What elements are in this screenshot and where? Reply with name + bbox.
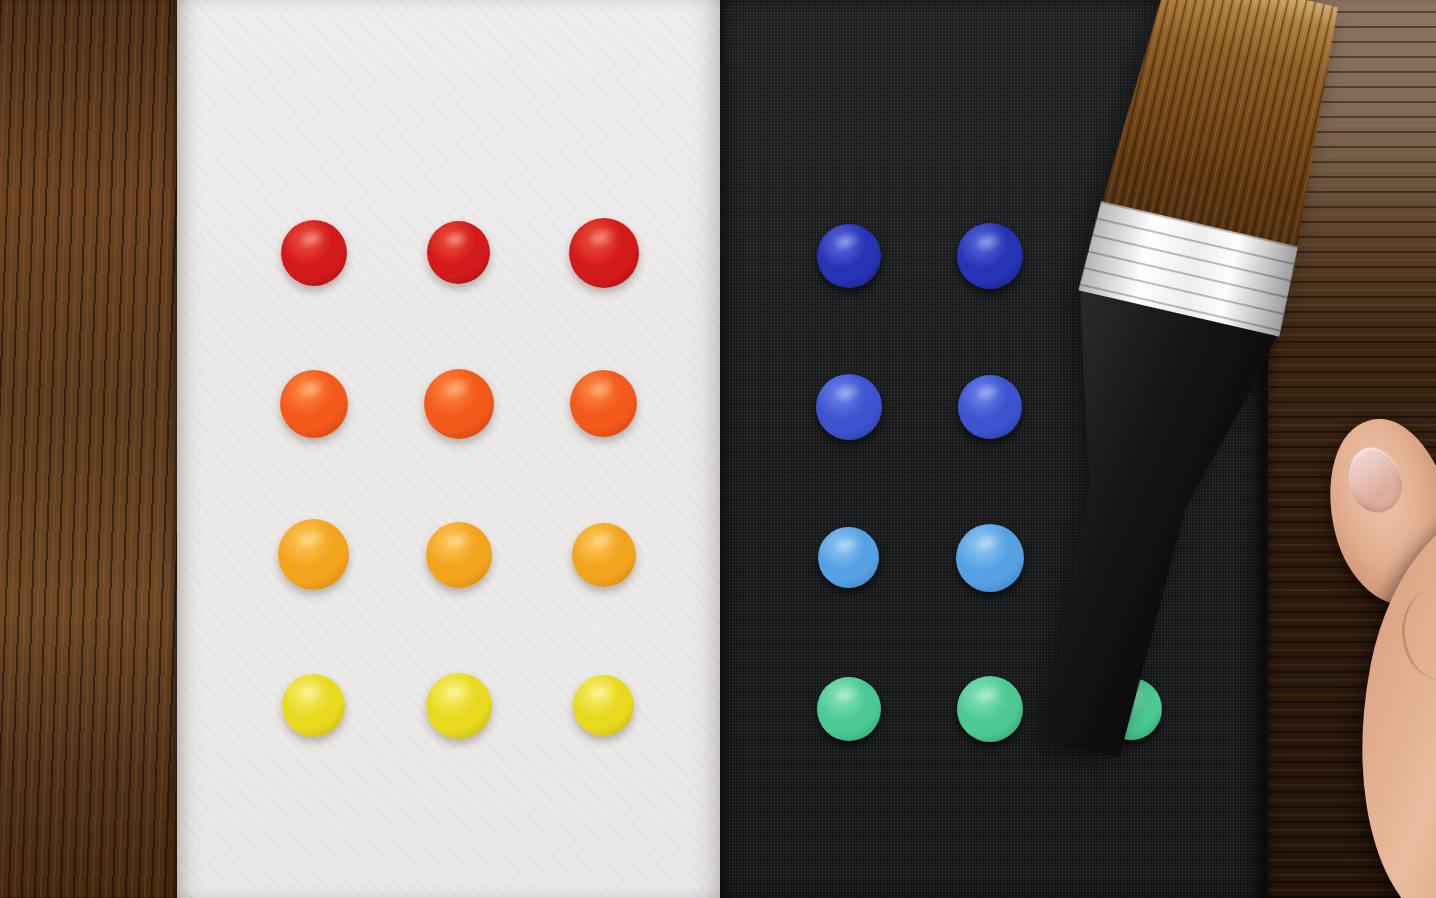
dot-cell xyxy=(778,633,919,784)
dot-cell xyxy=(386,177,531,328)
dot-highlight xyxy=(439,374,473,403)
paint-dot-cobalt-blue xyxy=(958,375,1022,439)
dot-highlight xyxy=(585,376,618,404)
dot-cell xyxy=(778,331,919,482)
paint-dot-red xyxy=(427,221,490,284)
wood-table-left xyxy=(0,0,177,898)
paint-dot-mint-green xyxy=(817,677,881,741)
dot-highlight xyxy=(440,678,472,705)
dot-highlight xyxy=(294,525,329,554)
paint-dot-orange xyxy=(570,370,637,437)
dot-cell xyxy=(241,630,386,781)
paint-dot-cobalt-blue xyxy=(816,374,882,440)
dot-highlight xyxy=(440,527,472,554)
paint-dot-amber xyxy=(426,522,492,588)
dot-highlight xyxy=(295,375,328,403)
dot-highlight xyxy=(830,379,862,406)
paint-dot-ultramarine-blue xyxy=(957,223,1023,289)
photo-scene: 3 xyxy=(0,0,1436,898)
paint-dot-yellow xyxy=(282,674,345,737)
paint-dot-ultramarine-blue xyxy=(817,224,881,288)
paint-dot-sky-blue xyxy=(818,527,879,588)
dot-highlight xyxy=(971,228,1003,255)
paint-dot-red xyxy=(281,220,347,286)
dot-cell xyxy=(386,479,531,630)
dot-cell xyxy=(531,328,676,479)
dot-highlight xyxy=(972,380,1003,407)
dot-cell xyxy=(241,177,386,328)
paint-dot-orange xyxy=(424,369,494,439)
dot-highlight xyxy=(295,225,327,252)
dot-cell xyxy=(386,328,531,479)
dot-highlight xyxy=(296,679,327,705)
dot-cell xyxy=(531,177,676,328)
dot-cell xyxy=(241,479,386,630)
dot-cell xyxy=(386,630,531,781)
dot-highlight xyxy=(584,223,618,252)
dot-highlight xyxy=(831,229,862,256)
dot-cell xyxy=(241,328,386,479)
dot-cell xyxy=(531,630,676,781)
dot-highlight xyxy=(971,529,1004,557)
paint-dot-grid-white xyxy=(241,177,676,781)
dot-cell xyxy=(778,482,919,633)
dot-highlight xyxy=(586,528,617,555)
paint-dot-yellow xyxy=(573,675,634,736)
paint-dot-amber xyxy=(278,519,349,590)
dot-cell xyxy=(778,180,919,331)
dot-highlight xyxy=(831,682,862,709)
paint-dot-yellow xyxy=(426,673,492,739)
paint-dot-orange xyxy=(280,370,348,438)
dot-highlight xyxy=(587,680,617,705)
dot-cell xyxy=(919,180,1060,331)
paint-dot-amber xyxy=(572,523,636,587)
dot-highlight xyxy=(832,532,862,557)
paint-dot-red xyxy=(569,218,639,288)
white-canvas xyxy=(177,0,720,898)
dot-highlight xyxy=(441,226,472,252)
dot-cell xyxy=(531,479,676,630)
